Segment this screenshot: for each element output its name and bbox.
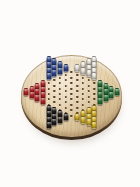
hole-dot <box>53 85 55 87</box>
photo-scene <box>0 0 140 187</box>
hole-dot <box>65 101 67 103</box>
hole-dot <box>82 77 84 79</box>
peg-green[interactable] <box>103 98 109 101</box>
hole-dot <box>82 98 84 100</box>
white-peg <box>80 67 85 75</box>
hole-dot <box>93 82 95 84</box>
hole-dot <box>76 79 78 81</box>
yellow-peg <box>92 121 97 129</box>
hole-dot <box>70 98 72 100</box>
hole-dot <box>82 88 84 90</box>
hole-dot <box>87 90 89 92</box>
white-peg <box>86 69 91 77</box>
hole-dot <box>87 101 89 103</box>
hole-dot <box>87 96 89 98</box>
hole-dot <box>59 82 61 84</box>
hole-dot <box>76 85 78 87</box>
yellow-peg <box>80 116 85 124</box>
hole-dot <box>59 98 61 100</box>
peg-black[interactable] <box>52 123 58 126</box>
hole-dot <box>47 88 49 90</box>
blue-peg <box>63 64 68 72</box>
peg-white[interactable] <box>91 76 97 79</box>
black-peg <box>46 121 51 129</box>
red-peg <box>23 88 28 96</box>
red-peg <box>35 94 40 102</box>
hole-dot <box>53 96 55 98</box>
hole-dot <box>70 82 72 84</box>
hole-dot <box>65 85 67 87</box>
hole-dot <box>47 82 49 84</box>
hole-dot <box>59 77 61 79</box>
hole-dot <box>65 107 67 109</box>
hole-dot <box>70 93 72 95</box>
hole-dot <box>76 96 78 98</box>
black-peg <box>58 116 63 124</box>
hole-dot <box>87 85 89 87</box>
hole-dot <box>59 93 61 95</box>
hole-dot <box>70 115 72 117</box>
hole-dot <box>76 74 78 76</box>
peg-green[interactable] <box>114 93 120 96</box>
hole-dot <box>93 98 95 100</box>
hole-dot <box>82 104 84 106</box>
blue-peg <box>58 67 63 75</box>
hole-dot <box>70 88 72 90</box>
hole-dot <box>53 101 55 103</box>
hole-dot <box>65 74 67 76</box>
hole-dot <box>65 90 67 92</box>
hole-dot <box>76 107 78 109</box>
hole-dot <box>70 71 72 73</box>
hole-dot <box>70 77 72 79</box>
peg-black[interactable] <box>63 117 69 120</box>
hole-dot <box>93 93 95 95</box>
blue-peg <box>52 69 57 77</box>
peg-black[interactable] <box>46 125 52 128</box>
hole-dot <box>82 82 84 84</box>
blue-peg <box>46 72 51 80</box>
green-peg <box>103 94 108 102</box>
hole-dot <box>65 79 67 81</box>
hole-dot <box>82 93 84 95</box>
hole-dot <box>70 104 72 106</box>
red-peg <box>29 91 34 99</box>
board-grid <box>23 60 120 128</box>
green-peg <box>109 91 114 99</box>
hole-dot <box>47 98 49 100</box>
hole-dot <box>59 104 61 106</box>
hole-dot <box>53 90 55 92</box>
peg-green[interactable] <box>109 95 115 98</box>
green-peg <box>115 88 120 96</box>
black-peg <box>52 118 57 126</box>
white-peg <box>75 64 80 72</box>
hole-dot <box>47 93 49 95</box>
yellow-peg <box>75 113 80 121</box>
yellow-peg <box>86 118 91 126</box>
hole-dot <box>93 88 95 90</box>
hole-dot <box>70 109 72 111</box>
black-peg <box>63 113 68 121</box>
peg-black[interactable] <box>57 120 63 123</box>
hole-dot <box>65 96 67 98</box>
hole-dot <box>59 88 61 90</box>
hole-dot <box>76 101 78 103</box>
peg-yellow[interactable] <box>91 125 97 128</box>
hole-dot <box>76 90 78 92</box>
hole-dot <box>87 79 89 81</box>
green-peg <box>98 97 103 105</box>
red-peg <box>40 97 45 105</box>
hole-dot <box>53 79 55 81</box>
peg-green[interactable] <box>97 101 103 104</box>
white-peg <box>92 72 97 80</box>
